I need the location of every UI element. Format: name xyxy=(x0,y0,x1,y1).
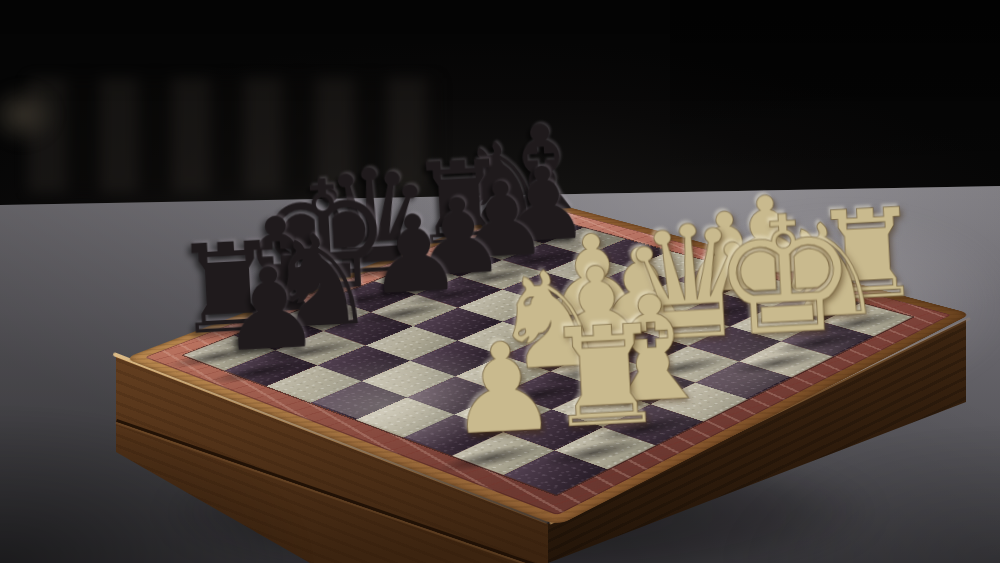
king-glyph: ♚ xyxy=(708,191,862,360)
wall-corner-highlight xyxy=(0,84,58,146)
pawn-glyph: ♟ xyxy=(363,198,464,309)
scene: ♜♝♚♛♜♞♝♟♞♟♟♟♟♟♞♟♟♟♟♟♛♜♝♚♞♜ xyxy=(0,0,1000,563)
pawn-glyph: ♟ xyxy=(217,251,323,368)
rook-glyph: ♜ xyxy=(540,305,670,448)
